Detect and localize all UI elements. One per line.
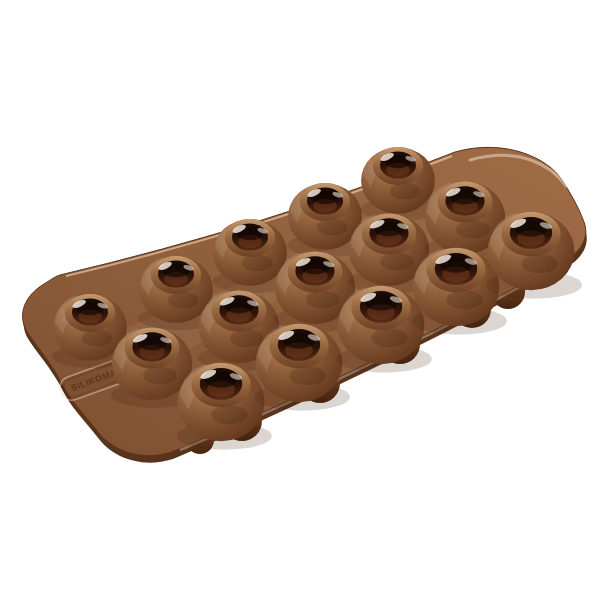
chocolate-mold-illustration: SILIKOMART [0, 0, 600, 600]
product-photo-canvas: SILIKOMART [0, 0, 600, 600]
